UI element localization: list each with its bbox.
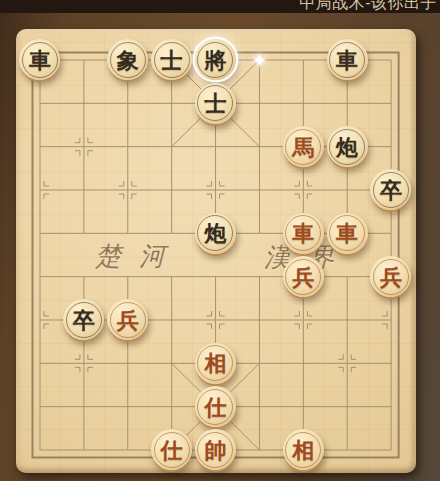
piece-black-general[interactable]: 將: [195, 39, 236, 80]
piece-red-advisor[interactable]: 仕: [195, 386, 236, 427]
piece-red-soldier[interactable]: 兵: [370, 256, 411, 297]
piece-red-soldier[interactable]: 兵: [283, 256, 324, 297]
piece-label: 士: [161, 49, 183, 71]
piece-black-soldier[interactable]: 卒: [63, 299, 104, 340]
piece-black-cannon[interactable]: 炮: [195, 213, 236, 254]
page-title: 中局战术-该你出子: [299, 0, 437, 13]
pieces-layer: 車象士將車士馬炮卒炮車車兵兵卒兵相仕仕帥相: [18, 38, 413, 471]
piece-black-soldier[interactable]: 卒: [370, 169, 411, 210]
top-bar: 中局战术-该你出子: [0, 0, 440, 13]
piece-black-chariot[interactable]: 車: [327, 39, 368, 80]
piece-red-elephant[interactable]: 相: [283, 429, 324, 470]
piece-black-advisor[interactable]: 士: [151, 39, 192, 80]
piece-red-general[interactable]: 帥: [195, 429, 236, 470]
piece-red-advisor[interactable]: 仕: [151, 429, 192, 470]
piece-label: 將: [204, 49, 226, 71]
piece-label: 兵: [117, 309, 139, 331]
piece-label: 仕: [204, 396, 226, 418]
piece-red-soldier[interactable]: 兵: [107, 299, 148, 340]
piece-black-cannon[interactable]: 炮: [327, 126, 368, 167]
piece-red-chariot[interactable]: 車: [327, 213, 368, 254]
piece-label: 車: [292, 222, 314, 244]
piece-label: 馬: [292, 136, 314, 158]
piece-black-elephant[interactable]: 象: [107, 39, 148, 80]
move-hint-sparkle-icon[interactable]: ✦: [251, 51, 267, 70]
piece-black-advisor[interactable]: 士: [195, 83, 236, 124]
piece-label: 仕: [161, 439, 183, 461]
piece-label: 卒: [380, 179, 402, 201]
piece-label: 相: [292, 439, 314, 461]
piece-black-chariot[interactable]: 車: [19, 39, 60, 80]
piece-red-horse[interactable]: 馬: [283, 126, 324, 167]
piece-label: 炮: [204, 222, 226, 244]
piece-label: 卒: [73, 309, 95, 331]
piece-label: 兵: [380, 266, 402, 288]
piece-label: 炮: [336, 136, 358, 158]
piece-label: 相: [204, 352, 226, 374]
piece-red-elephant[interactable]: 相: [195, 343, 236, 384]
piece-label: 象: [117, 49, 139, 71]
piece-label: 帥: [204, 439, 226, 461]
piece-label: 士: [204, 92, 226, 114]
piece-red-chariot[interactable]: 車: [283, 213, 324, 254]
piece-label: 兵: [292, 266, 314, 288]
piece-label: 車: [29, 49, 51, 71]
piece-label: 車: [336, 49, 358, 71]
piece-label: 車: [336, 222, 358, 244]
xiangqi-board[interactable]: 楚河 漢界 車象士將車士馬炮卒炮車車兵兵卒兵相仕仕帥相 ✦: [16, 29, 416, 473]
